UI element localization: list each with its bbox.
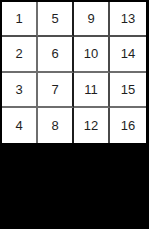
cell-r4c3: 12 — [74, 108, 110, 143]
bottom-black-panel — [0, 143, 149, 229]
cell-r4c2: 8 — [38, 108, 74, 143]
screenshot-stage: 1 5 9 13 2 6 10 14 3 7 11 15 4 8 12 16 — [0, 0, 149, 229]
cell-r1c4: 13 — [110, 2, 146, 37]
cell-r2c4: 14 — [110, 37, 146, 72]
cell-r3c2: 7 — [38, 73, 74, 108]
cell-r2c3: 10 — [74, 37, 110, 72]
cell-r3c4: 15 — [110, 73, 146, 108]
cell-r3c1: 3 — [2, 73, 38, 108]
cell-r1c2: 5 — [38, 2, 74, 37]
number-grid-board: 1 5 9 13 2 6 10 14 3 7 11 15 4 8 12 16 — [0, 0, 149, 143]
cell-r1c1: 1 — [2, 2, 38, 37]
cell-r1c3: 9 — [74, 2, 110, 37]
cell-r2c2: 6 — [38, 37, 74, 72]
cell-r3c3: 11 — [74, 73, 110, 108]
cell-r4c4: 16 — [110, 108, 146, 143]
cell-r4c1: 4 — [2, 108, 38, 143]
cell-r2c1: 2 — [2, 37, 38, 72]
